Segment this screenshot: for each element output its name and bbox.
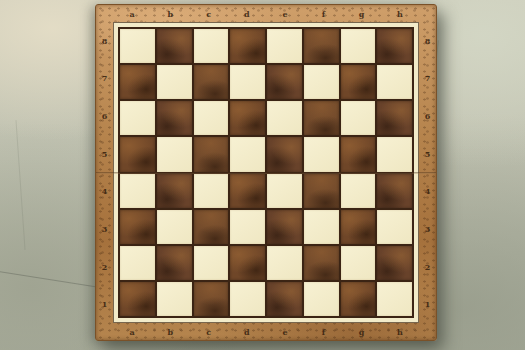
rank-label-4: 4 — [96, 173, 113, 211]
square-c1[interactable] — [194, 282, 229, 316]
rank-label-1: 1 — [419, 285, 436, 323]
square-b1[interactable] — [157, 282, 192, 316]
square-e6[interactable] — [267, 101, 302, 135]
square-f8[interactable] — [304, 29, 339, 63]
square-f7[interactable] — [304, 65, 339, 99]
rank-label-7: 7 — [96, 60, 113, 98]
file-label-a: a — [113, 323, 151, 340]
square-h2[interactable] — [377, 246, 412, 280]
square-e5[interactable] — [267, 137, 302, 171]
rank-label-6: 6 — [96, 97, 113, 135]
square-f4[interactable] — [304, 174, 339, 208]
square-d4[interactable] — [230, 174, 265, 208]
square-d2[interactable] — [230, 246, 265, 280]
rank-label-8: 8 — [96, 22, 113, 60]
square-d7[interactable] — [230, 65, 265, 99]
square-h8[interactable] — [377, 29, 412, 63]
file-label-d: d — [228, 323, 266, 340]
file-label-c: c — [190, 5, 228, 22]
file-label-b: b — [151, 5, 189, 22]
square-g1[interactable] — [341, 282, 376, 316]
square-a8[interactable] — [120, 29, 155, 63]
square-c3[interactable] — [194, 210, 229, 244]
square-a7[interactable] — [120, 65, 155, 99]
square-b3[interactable] — [157, 210, 192, 244]
square-h4[interactable] — [377, 174, 412, 208]
square-c7[interactable] — [194, 65, 229, 99]
file-label-c: c — [190, 323, 228, 340]
square-e7[interactable] — [267, 65, 302, 99]
square-f5[interactable] — [304, 137, 339, 171]
square-d6[interactable] — [230, 101, 265, 135]
square-c5[interactable] — [194, 137, 229, 171]
square-a5[interactable] — [120, 137, 155, 171]
concrete-background: abcdefgh abcdefgh 87654321 87654321 — [0, 0, 525, 350]
rank-label-5: 5 — [96, 135, 113, 173]
squares-grid — [118, 27, 414, 318]
square-c2[interactable] — [194, 246, 229, 280]
rank-label-7: 7 — [419, 60, 436, 98]
file-labels-bottom: abcdefgh — [113, 323, 419, 340]
square-g3[interactable] — [341, 210, 376, 244]
square-b2[interactable] — [157, 246, 192, 280]
file-label-h: h — [381, 323, 419, 340]
square-e1[interactable] — [267, 282, 302, 316]
file-label-b: b — [151, 323, 189, 340]
file-label-f: f — [304, 323, 342, 340]
rank-label-2: 2 — [419, 248, 436, 286]
square-g6[interactable] — [341, 101, 376, 135]
square-f2[interactable] — [304, 246, 339, 280]
square-b8[interactable] — [157, 29, 192, 63]
square-c4[interactable] — [194, 174, 229, 208]
square-d5[interactable] — [230, 137, 265, 171]
square-c8[interactable] — [194, 29, 229, 63]
file-label-h: h — [381, 5, 419, 22]
square-a3[interactable] — [120, 210, 155, 244]
square-h3[interactable] — [377, 210, 412, 244]
square-b7[interactable] — [157, 65, 192, 99]
square-d3[interactable] — [230, 210, 265, 244]
square-b6[interactable] — [157, 101, 192, 135]
square-e2[interactable] — [267, 246, 302, 280]
file-label-a: a — [113, 5, 151, 22]
square-g7[interactable] — [341, 65, 376, 99]
rank-label-4: 4 — [419, 173, 436, 211]
square-g5[interactable] — [341, 137, 376, 171]
file-labels-top: abcdefgh — [113, 5, 419, 22]
chess-board: abcdefgh abcdefgh 87654321 87654321 — [95, 4, 437, 341]
square-g2[interactable] — [341, 246, 376, 280]
square-h1[interactable] — [377, 282, 412, 316]
square-e3[interactable] — [267, 210, 302, 244]
concrete-crack — [15, 120, 25, 250]
file-label-d: d — [228, 5, 266, 22]
file-label-e: e — [266, 323, 304, 340]
rank-label-5: 5 — [419, 135, 436, 173]
square-a1[interactable] — [120, 282, 155, 316]
file-label-e: e — [266, 5, 304, 22]
rank-label-8: 8 — [419, 22, 436, 60]
square-h7[interactable] — [377, 65, 412, 99]
square-b5[interactable] — [157, 137, 192, 171]
square-h6[interactable] — [377, 101, 412, 135]
square-a4[interactable] — [120, 174, 155, 208]
square-f6[interactable] — [304, 101, 339, 135]
square-c6[interactable] — [194, 101, 229, 135]
file-label-g: g — [343, 323, 381, 340]
square-f1[interactable] — [304, 282, 339, 316]
playing-area — [113, 22, 419, 323]
square-h5[interactable] — [377, 137, 412, 171]
rank-label-3: 3 — [96, 210, 113, 248]
square-a6[interactable] — [120, 101, 155, 135]
square-a2[interactable] — [120, 246, 155, 280]
rank-labels-left: 87654321 — [96, 22, 113, 323]
file-label-f: f — [304, 5, 342, 22]
concrete-crack — [0, 270, 103, 288]
square-e8[interactable] — [267, 29, 302, 63]
rank-label-6: 6 — [419, 97, 436, 135]
square-d1[interactable] — [230, 282, 265, 316]
square-g8[interactable] — [341, 29, 376, 63]
square-d8[interactable] — [230, 29, 265, 63]
rank-labels-right: 87654321 — [419, 22, 436, 323]
rank-label-2: 2 — [96, 248, 113, 286]
square-g4[interactable] — [341, 174, 376, 208]
rank-label-3: 3 — [419, 210, 436, 248]
square-f3[interactable] — [304, 210, 339, 244]
file-label-g: g — [343, 5, 381, 22]
rank-label-1: 1 — [96, 285, 113, 323]
square-e4[interactable] — [267, 174, 302, 208]
square-b4[interactable] — [157, 174, 192, 208]
